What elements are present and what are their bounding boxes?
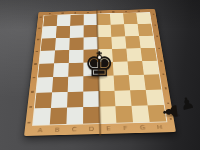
black-pawn-lying-icon[interactable]: ♟ [160, 102, 181, 121]
pieces-layer: ♚ ♟ ♟ [0, 0, 200, 150]
black-pawn-offboard-icon[interactable]: ♟ [178, 95, 196, 114]
black-king-d4[interactable]: ♚ [84, 47, 114, 81]
